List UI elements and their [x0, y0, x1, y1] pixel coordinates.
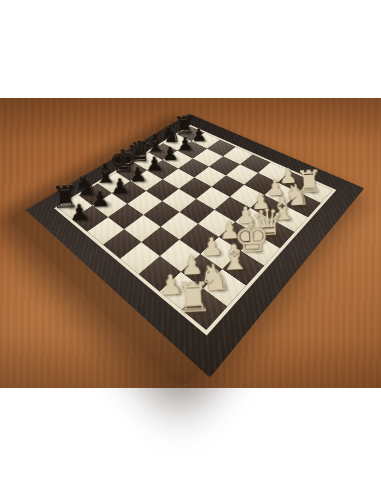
piece-black-pawn: ♟	[177, 135, 194, 154]
piece-black-pawn: ♟	[91, 189, 111, 211]
piece-black-pawn: ♟	[129, 165, 148, 186]
product-photo: ♜♟♟♜♞♟♟♞♝♟♟♝♛♟♟♛♚♟♟♚♝♟♟♝♞♟♟♞♜♟♟♜	[0, 0, 381, 492]
piece-white-rook: ♜	[174, 276, 213, 319]
piece-black-pawn: ♟	[110, 176, 130, 198]
piece-black-pawn: ♟	[162, 145, 180, 164]
piece-black-pawn: ♟	[69, 202, 90, 225]
piece-black-pawn: ♟	[146, 154, 164, 174]
